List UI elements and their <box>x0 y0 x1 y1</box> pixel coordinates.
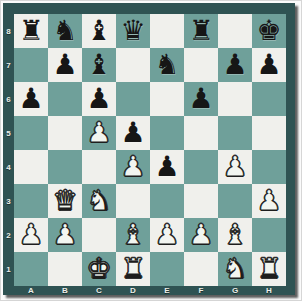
white-pawn: ♟ <box>256 184 281 218</box>
black-king: ♚ <box>256 14 281 48</box>
black-rook: ♜ <box>18 14 43 48</box>
square-b1[interactable] <box>48 252 82 286</box>
black-knight: ♞ <box>52 14 77 48</box>
square-c3[interactable]: ♞ <box>82 184 116 218</box>
square-g1[interactable]: ♞ <box>218 252 252 286</box>
square-h2[interactable] <box>252 218 286 252</box>
square-e3[interactable] <box>150 184 184 218</box>
square-e4[interactable]: ♟ <box>150 150 184 184</box>
square-a4[interactable] <box>14 150 48 184</box>
file-label-B: B <box>48 286 82 295</box>
rank-labels: 87654321 <box>3 14 14 286</box>
square-c8[interactable]: ♝ <box>82 14 116 48</box>
white-pawn: ♟ <box>222 150 247 184</box>
black-pawn: ♟ <box>256 48 281 82</box>
rank-label-4: 4 <box>3 150 14 184</box>
square-e7[interactable]: ♞ <box>150 48 184 82</box>
white-pawn: ♟ <box>52 218 77 252</box>
white-pawn: ♟ <box>154 218 179 252</box>
black-queen: ♛ <box>120 14 145 48</box>
rank-label-8: 8 <box>3 14 14 48</box>
square-a8[interactable]: ♜ <box>14 14 48 48</box>
board-frame: 87654321 ♜♞♝♛♜♚♟♝♞♟♟♟♟♟♟♟♟♟♟♛♞♟♟♟♝♟♟♝♚♜♞… <box>3 3 295 295</box>
file-label-H: H <box>252 286 286 295</box>
square-c1[interactable]: ♚ <box>82 252 116 286</box>
square-h7[interactable]: ♟ <box>252 48 286 82</box>
file-label-F: F <box>184 286 218 295</box>
square-a1[interactable] <box>14 252 48 286</box>
square-f3[interactable] <box>184 184 218 218</box>
square-f6[interactable]: ♟ <box>184 82 218 116</box>
square-c7[interactable]: ♝ <box>82 48 116 82</box>
chess-board: ♜♞♝♛♜♚♟♝♞♟♟♟♟♟♟♟♟♟♟♛♞♟♟♟♝♟♟♝♚♜♞♜ <box>14 14 286 286</box>
black-pawn: ♟ <box>154 150 179 184</box>
square-g6[interactable] <box>218 82 252 116</box>
file-labels: ABCDEFGH <box>14 286 286 295</box>
square-e1[interactable] <box>150 252 184 286</box>
white-pawn: ♟ <box>120 150 145 184</box>
square-h6[interactable] <box>252 82 286 116</box>
square-a3[interactable] <box>14 184 48 218</box>
white-pawn: ♟ <box>18 218 43 252</box>
square-d5[interactable]: ♟ <box>116 116 150 150</box>
square-g4[interactable]: ♟ <box>218 150 252 184</box>
square-g8[interactable] <box>218 14 252 48</box>
square-f5[interactable] <box>184 116 218 150</box>
white-queen: ♛ <box>52 184 77 218</box>
square-d4[interactable]: ♟ <box>116 150 150 184</box>
black-bishop: ♝ <box>86 14 111 48</box>
square-f1[interactable] <box>184 252 218 286</box>
square-f8[interactable]: ♜ <box>184 14 218 48</box>
square-e5[interactable] <box>150 116 184 150</box>
square-h4[interactable] <box>252 150 286 184</box>
chess-diagram: 87654321 ♜♞♝♛♜♚♟♝♞♟♟♟♟♟♟♟♟♟♟♛♞♟♟♟♝♟♟♝♚♜♞… <box>0 0 302 301</box>
rank-label-3: 3 <box>3 184 14 218</box>
square-b4[interactable] <box>48 150 82 184</box>
file-label-E: E <box>150 286 184 295</box>
square-g5[interactable] <box>218 116 252 150</box>
square-a6[interactable]: ♟ <box>14 82 48 116</box>
square-b8[interactable]: ♞ <box>48 14 82 48</box>
square-h3[interactable]: ♟ <box>252 184 286 218</box>
black-pawn: ♟ <box>120 116 145 150</box>
square-b7[interactable]: ♟ <box>48 48 82 82</box>
square-a5[interactable] <box>14 116 48 150</box>
file-label-C: C <box>82 286 116 295</box>
square-d8[interactable]: ♛ <box>116 14 150 48</box>
rank-label-1: 1 <box>3 252 14 286</box>
rank-label-5: 5 <box>3 116 14 150</box>
square-e8[interactable] <box>150 14 184 48</box>
square-b2[interactable]: ♟ <box>48 218 82 252</box>
file-label-G: G <box>218 286 252 295</box>
square-a2[interactable]: ♟ <box>14 218 48 252</box>
square-g3[interactable] <box>218 184 252 218</box>
white-pawn: ♟ <box>86 116 111 150</box>
white-rook: ♜ <box>120 252 145 286</box>
square-f7[interactable] <box>184 48 218 82</box>
square-b6[interactable] <box>48 82 82 116</box>
square-f4[interactable] <box>184 150 218 184</box>
square-c4[interactable] <box>82 150 116 184</box>
black-pawn: ♟ <box>18 82 43 116</box>
black-knight: ♞ <box>154 48 179 82</box>
white-pawn: ♟ <box>188 218 213 252</box>
square-a7[interactable] <box>14 48 48 82</box>
square-c6[interactable]: ♟ <box>82 82 116 116</box>
white-bishop: ♝ <box>222 218 247 252</box>
white-knight: ♞ <box>222 252 247 286</box>
rank-label-2: 2 <box>3 218 14 252</box>
black-pawn: ♟ <box>222 48 247 82</box>
square-h8[interactable]: ♚ <box>252 14 286 48</box>
black-rook: ♜ <box>188 14 213 48</box>
rank-label-6: 6 <box>3 82 14 116</box>
black-pawn: ♟ <box>52 48 77 82</box>
square-d1[interactable]: ♜ <box>116 252 150 286</box>
white-bishop: ♝ <box>120 218 145 252</box>
square-d3[interactable] <box>116 184 150 218</box>
square-c2[interactable] <box>82 218 116 252</box>
square-f2[interactable]: ♟ <box>184 218 218 252</box>
square-g2[interactable]: ♝ <box>218 218 252 252</box>
square-e2[interactable]: ♟ <box>150 218 184 252</box>
square-d7[interactable] <box>116 48 150 82</box>
black-pawn: ♟ <box>188 82 213 116</box>
black-bishop: ♝ <box>86 48 111 82</box>
square-b3[interactable]: ♛ <box>48 184 82 218</box>
black-pawn: ♟ <box>86 82 111 116</box>
file-label-D: D <box>116 286 150 295</box>
square-h1[interactable]: ♜ <box>252 252 286 286</box>
square-b5[interactable] <box>48 116 82 150</box>
square-c5[interactable]: ♟ <box>82 116 116 150</box>
square-h5[interactable] <box>252 116 286 150</box>
rank-label-7: 7 <box>3 48 14 82</box>
white-king: ♚ <box>86 252 111 286</box>
square-g7[interactable]: ♟ <box>218 48 252 82</box>
white-knight: ♞ <box>86 184 111 218</box>
file-label-A: A <box>14 286 48 295</box>
white-rook: ♜ <box>256 252 281 286</box>
square-d2[interactable]: ♝ <box>116 218 150 252</box>
square-d6[interactable] <box>116 82 150 116</box>
square-e6[interactable] <box>150 82 184 116</box>
